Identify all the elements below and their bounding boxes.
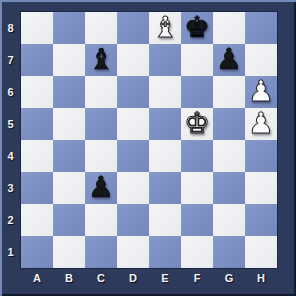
board-frame: 87654321 ♝♚♝♟♟♚♟♟ ABCDEFGH (0, 0, 296, 296)
file-labels: ABCDEFGH (21, 267, 277, 289)
square-d7[interactable] (117, 44, 149, 76)
square-f5[interactable]: ♚ (181, 108, 213, 140)
file-label-b: B (53, 267, 85, 289)
square-a3[interactable] (21, 172, 53, 204)
square-g1[interactable] (213, 236, 245, 268)
file-label-c: C (85, 267, 117, 289)
square-b3[interactable] (53, 172, 85, 204)
square-h4[interactable] (245, 140, 277, 172)
square-c2[interactable] (85, 204, 117, 236)
square-f8[interactable]: ♚ (181, 12, 213, 44)
square-h3[interactable] (245, 172, 277, 204)
file-label-f: F (181, 267, 213, 289)
square-b5[interactable] (53, 108, 85, 140)
square-f1[interactable] (181, 236, 213, 268)
square-b4[interactable] (53, 140, 85, 172)
rank-label-3: 3 (0, 172, 21, 204)
square-d4[interactable] (117, 140, 149, 172)
square-g8[interactable] (213, 12, 245, 44)
square-g7[interactable]: ♟ (213, 44, 245, 76)
square-f6[interactable] (181, 76, 213, 108)
square-b2[interactable] (53, 204, 85, 236)
rank-label-7: 7 (0, 44, 21, 76)
square-e1[interactable] (149, 236, 181, 268)
square-a2[interactable] (21, 204, 53, 236)
black-bishop-c7: ♝ (88, 45, 114, 74)
file-label-h: H (245, 267, 277, 289)
square-f3[interactable] (181, 172, 213, 204)
file-label-a: A (21, 267, 53, 289)
square-b7[interactable] (53, 44, 85, 76)
square-h5[interactable]: ♟ (245, 108, 277, 140)
square-g5[interactable] (213, 108, 245, 140)
square-d3[interactable] (117, 172, 149, 204)
rank-labels: 87654321 (0, 12, 21, 268)
square-c7[interactable]: ♝ (85, 44, 117, 76)
white-pawn-h5: ♟ (248, 109, 274, 138)
square-b1[interactable] (53, 236, 85, 268)
square-c8[interactable] (85, 12, 117, 44)
square-c6[interactable] (85, 76, 117, 108)
square-e2[interactable] (149, 204, 181, 236)
square-e5[interactable] (149, 108, 181, 140)
black-king-f8: ♚ (184, 13, 210, 42)
square-f4[interactable] (181, 140, 213, 172)
square-e7[interactable] (149, 44, 181, 76)
square-b8[interactable] (53, 12, 85, 44)
square-d6[interactable] (117, 76, 149, 108)
square-d2[interactable] (117, 204, 149, 236)
square-g4[interactable] (213, 140, 245, 172)
file-label-g: G (213, 267, 245, 289)
square-c3[interactable]: ♟ (85, 172, 117, 204)
square-g3[interactable] (213, 172, 245, 204)
square-e4[interactable] (149, 140, 181, 172)
square-e6[interactable] (149, 76, 181, 108)
square-g2[interactable] (213, 204, 245, 236)
white-king-f5: ♚ (184, 109, 210, 138)
square-h2[interactable] (245, 204, 277, 236)
black-pawn-c3: ♟ (88, 173, 114, 202)
square-b6[interactable] (53, 76, 85, 108)
rank-label-8: 8 (0, 12, 21, 44)
rank-label-5: 5 (0, 108, 21, 140)
square-d5[interactable] (117, 108, 149, 140)
square-a8[interactable] (21, 12, 53, 44)
square-a6[interactable] (21, 76, 53, 108)
rank-label-1: 1 (0, 236, 21, 268)
square-c1[interactable] (85, 236, 117, 268)
file-label-e: E (149, 267, 181, 289)
square-h6[interactable]: ♟ (245, 76, 277, 108)
rank-label-2: 2 (0, 204, 21, 236)
square-e3[interactable] (149, 172, 181, 204)
square-a7[interactable] (21, 44, 53, 76)
square-a4[interactable] (21, 140, 53, 172)
white-pawn-h6: ♟ (248, 77, 274, 106)
white-bishop-e8: ♝ (152, 13, 178, 42)
square-h7[interactable] (245, 44, 277, 76)
square-c4[interactable] (85, 140, 117, 172)
square-h1[interactable] (245, 236, 277, 268)
square-d1[interactable] (117, 236, 149, 268)
square-f7[interactable] (181, 44, 213, 76)
rank-label-4: 4 (0, 140, 21, 172)
square-g6[interactable] (213, 76, 245, 108)
square-a5[interactable] (21, 108, 53, 140)
black-pawn-g7: ♟ (216, 45, 242, 74)
file-label-d: D (117, 267, 149, 289)
rank-label-6: 6 (0, 76, 21, 108)
square-d8[interactable] (117, 12, 149, 44)
square-h8[interactable] (245, 12, 277, 44)
square-c5[interactable] (85, 108, 117, 140)
chess-board: ♝♚♝♟♟♚♟♟ (21, 12, 277, 268)
square-e8[interactable]: ♝ (149, 12, 181, 44)
square-a1[interactable] (21, 236, 53, 268)
square-f2[interactable] (181, 204, 213, 236)
